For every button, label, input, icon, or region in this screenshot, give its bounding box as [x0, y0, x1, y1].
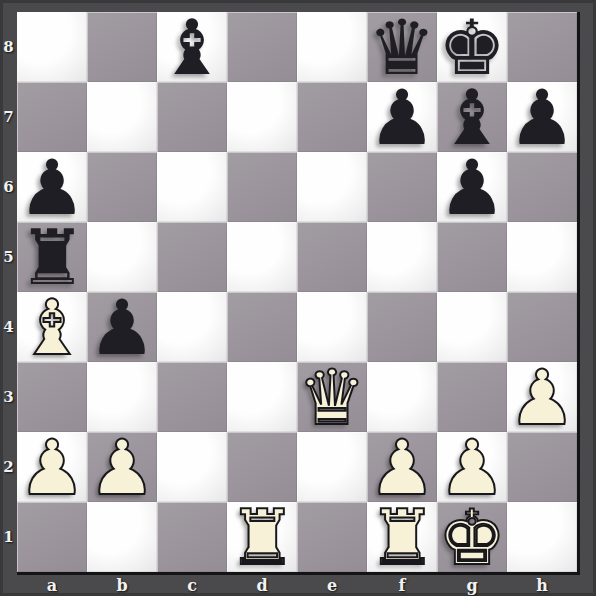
square-d5[interactable]: [227, 222, 297, 292]
square-e8[interactable]: [297, 12, 367, 82]
square-g6[interactable]: ♟: [437, 152, 507, 222]
square-c8[interactable]: ♝: [157, 12, 227, 82]
rank-label-2: 2: [0, 432, 17, 502]
rank-label-7: 7: [0, 82, 17, 152]
piece-white-pawn[interactable]: ♟: [88, 430, 156, 506]
square-f5[interactable]: [367, 222, 437, 292]
square-b2[interactable]: ♟: [87, 432, 157, 502]
rank-label-5: 5: [0, 222, 17, 292]
square-d1[interactable]: ♜: [227, 502, 297, 572]
piece-black-bishop[interactable]: ♝: [158, 10, 226, 86]
square-a6[interactable]: ♟: [17, 152, 87, 222]
rank-label-1: 1: [0, 502, 17, 572]
chessboard-window: 87654321 ♝♛♚♟♝♟♟♟♜♝♟♛♟♟♟♟♟♜♜♚ abcdefgh: [0, 0, 596, 596]
piece-black-pawn[interactable]: ♟: [88, 290, 156, 366]
piece-black-pawn[interactable]: ♟: [508, 80, 576, 156]
file-label-b: b: [87, 575, 157, 596]
square-c5[interactable]: [157, 222, 227, 292]
square-h4[interactable]: [507, 292, 577, 362]
square-h3[interactable]: ♟: [507, 362, 577, 432]
square-b1[interactable]: [87, 502, 157, 572]
square-h7[interactable]: ♟: [507, 82, 577, 152]
square-d8[interactable]: [227, 12, 297, 82]
square-d3[interactable]: [227, 362, 297, 432]
square-b6[interactable]: [87, 152, 157, 222]
square-c6[interactable]: [157, 152, 227, 222]
square-e7[interactable]: [297, 82, 367, 152]
file-label-h: h: [507, 575, 577, 596]
square-f2[interactable]: ♟: [367, 432, 437, 502]
square-e6[interactable]: [297, 152, 367, 222]
square-f7[interactable]: ♟: [367, 82, 437, 152]
square-c7[interactable]: [157, 82, 227, 152]
square-g1[interactable]: ♚: [437, 502, 507, 572]
square-a7[interactable]: [17, 82, 87, 152]
file-labels: abcdefgh: [17, 575, 577, 596]
square-f4[interactable]: [367, 292, 437, 362]
square-c3[interactable]: [157, 362, 227, 432]
piece-white-rook[interactable]: ♜: [368, 500, 436, 576]
square-h8[interactable]: [507, 12, 577, 82]
square-b7[interactable]: [87, 82, 157, 152]
piece-white-king[interactable]: ♚: [438, 500, 506, 576]
piece-white-pawn[interactable]: ♟: [508, 360, 576, 436]
square-h5[interactable]: [507, 222, 577, 292]
square-g4[interactable]: [437, 292, 507, 362]
square-f8[interactable]: ♛: [367, 12, 437, 82]
file-label-c: c: [157, 575, 227, 596]
square-e4[interactable]: [297, 292, 367, 362]
square-f6[interactable]: [367, 152, 437, 222]
piece-white-rook[interactable]: ♜: [228, 500, 296, 576]
square-f3[interactable]: [367, 362, 437, 432]
square-a5[interactable]: ♜: [17, 222, 87, 292]
square-e5[interactable]: [297, 222, 367, 292]
square-h1[interactable]: [507, 502, 577, 572]
rank-label-4: 4: [0, 292, 17, 362]
square-c4[interactable]: [157, 292, 227, 362]
file-label-d: d: [227, 575, 297, 596]
square-c2[interactable]: [157, 432, 227, 502]
square-a8[interactable]: [17, 12, 87, 82]
file-label-g: g: [437, 575, 507, 596]
square-g7[interactable]: ♝: [437, 82, 507, 152]
square-e3[interactable]: ♛: [297, 362, 367, 432]
square-b3[interactable]: [87, 362, 157, 432]
square-a1[interactable]: [17, 502, 87, 572]
square-e2[interactable]: [297, 432, 367, 502]
rank-labels: 87654321: [0, 12, 17, 572]
piece-black-pawn[interactable]: ♟: [438, 150, 506, 226]
square-h2[interactable]: [507, 432, 577, 502]
rank-label-3: 3: [0, 362, 17, 432]
piece-white-pawn[interactable]: ♟: [18, 430, 86, 506]
piece-white-bishop[interactable]: ♝: [18, 290, 86, 366]
rank-label-8: 8: [0, 12, 17, 82]
square-d7[interactable]: [227, 82, 297, 152]
chess-board[interactable]: ♝♛♚♟♝♟♟♟♜♝♟♛♟♟♟♟♟♜♜♚: [17, 12, 580, 575]
file-label-f: f: [367, 575, 437, 596]
square-c1[interactable]: [157, 502, 227, 572]
square-d4[interactable]: [227, 292, 297, 362]
square-b8[interactable]: [87, 12, 157, 82]
piece-white-queen[interactable]: ♛: [298, 360, 366, 436]
square-a2[interactable]: ♟: [17, 432, 87, 502]
file-label-e: e: [297, 575, 367, 596]
square-g5[interactable]: [437, 222, 507, 292]
square-g3[interactable]: [437, 362, 507, 432]
rank-label-6: 6: [0, 152, 17, 222]
square-b5[interactable]: [87, 222, 157, 292]
square-d2[interactable]: [227, 432, 297, 502]
square-a3[interactable]: [17, 362, 87, 432]
square-a4[interactable]: ♝: [17, 292, 87, 362]
square-g8[interactable]: ♚: [437, 12, 507, 82]
file-label-a: a: [17, 575, 87, 596]
square-b4[interactable]: ♟: [87, 292, 157, 362]
square-e1[interactable]: [297, 502, 367, 572]
square-d6[interactable]: [227, 152, 297, 222]
piece-black-pawn[interactable]: ♟: [368, 80, 436, 156]
square-h6[interactable]: [507, 152, 577, 222]
square-f1[interactable]: ♜: [367, 502, 437, 572]
square-g2[interactable]: ♟: [437, 432, 507, 502]
